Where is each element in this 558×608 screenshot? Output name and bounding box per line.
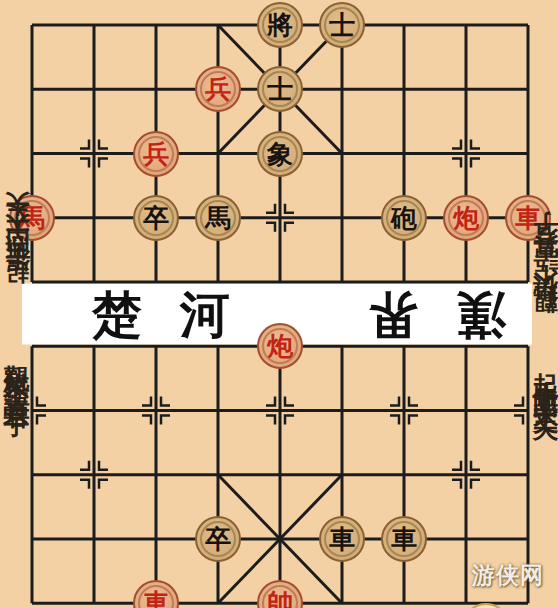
piece-red-soldier[interactable]: 兵: [195, 66, 241, 112]
piece-black-soldier[interactable]: 卒: [133, 195, 179, 241]
piece-black-advisor[interactable]: 士: [257, 66, 303, 112]
river-label-han-jie: 漢界: [342, 287, 506, 343]
piece-red-soldier[interactable]: 兵: [133, 131, 179, 177]
piece-label: 卒: [205, 526, 231, 552]
piece-label: 將: [267, 12, 293, 38]
piece-black-advisor[interactable]: 士: [319, 2, 365, 48]
piece-label: 車: [329, 526, 355, 552]
piece-label: 車: [391, 526, 417, 552]
piece-label: 炮: [453, 205, 479, 231]
piece-label: 馬: [205, 205, 231, 231]
piece-label: 象: [267, 141, 293, 167]
piece-label: 車: [143, 590, 169, 608]
piece-black-elephant[interactable]: 象: [257, 131, 303, 177]
border-motto-left-top: 起手無回大丈夫: [1, 16, 34, 304]
piece-red-cannon[interactable]: 炮: [443, 195, 489, 241]
xiangqi-app: 將士士象馬卒砲卒車車兵兵馬炮車炮車帥 起手無回大丈夫 觀棋不語真君子 觀棋不語真…: [0, 0, 558, 608]
piece-black-cannon[interactable]: 砲: [381, 195, 427, 241]
piece-label: 砲: [391, 205, 417, 231]
piece-label: 兵: [143, 141, 169, 167]
piece-label: 士: [267, 76, 293, 102]
piece-label: 士: [329, 12, 355, 38]
piece-black-horse[interactable]: 馬: [195, 195, 241, 241]
piece-black-chariot[interactable]: 車: [319, 516, 365, 562]
border-motto-left-bottom: 觀棋不語真君子: [0, 344, 35, 606]
piece-black-soldier[interactable]: 卒: [195, 516, 241, 562]
piece-black-chariot[interactable]: 車: [381, 516, 427, 562]
piece-label: 炮: [267, 333, 293, 359]
piece-label: 卒: [143, 205, 169, 231]
border-motto-right-top: 觀棋不語真君子: [529, 28, 558, 334]
site-watermark: 游侠网: [472, 560, 544, 591]
piece-black-general[interactable]: 將: [257, 2, 303, 48]
piece-label: 帥: [267, 590, 293, 608]
river-label-chu-he: 楚河: [92, 287, 268, 343]
piece-label: 兵: [205, 76, 231, 102]
